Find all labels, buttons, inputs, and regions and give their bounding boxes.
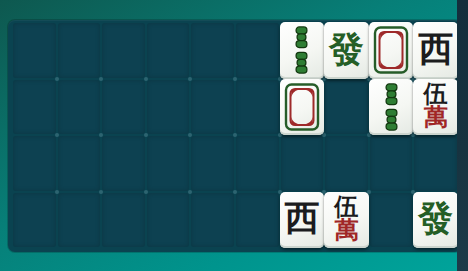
board-cell-r1c4 bbox=[147, 23, 190, 78]
board-cell-r3c2 bbox=[58, 136, 101, 191]
tile-back-icon bbox=[369, 23, 413, 77]
tile-glyph: 發 bbox=[329, 32, 364, 67]
tile-glyph: 西 bbox=[284, 201, 319, 236]
board-cell-r1c7 bbox=[281, 23, 324, 78]
board-cell-r3c8 bbox=[325, 136, 368, 191]
tile-west-wind-r4c7[interactable]: 西 bbox=[280, 192, 325, 249]
board-cell-r2c9 bbox=[370, 80, 413, 135]
board-cell-r3c4 bbox=[147, 136, 190, 191]
board-cell-r2c4 bbox=[147, 80, 190, 135]
tile-west-wind-r1c10[interactable]: 西 bbox=[413, 22, 458, 79]
board-cell-r1c6 bbox=[236, 23, 279, 78]
board-cell-r3c5 bbox=[191, 136, 234, 191]
board-cell-r4c2 bbox=[58, 193, 101, 248]
board-cell-r2c3 bbox=[102, 80, 145, 135]
board-cell-r3c9 bbox=[370, 136, 413, 191]
tile-bamboo-2-r2c9[interactable] bbox=[369, 79, 414, 136]
tile-green-dragon-r1c8[interactable]: 發 bbox=[324, 22, 369, 79]
board-cell-r2c7 bbox=[281, 80, 324, 135]
board-cell-r2c8 bbox=[325, 80, 368, 135]
board-cell-r3c3 bbox=[102, 136, 145, 191]
board-cell-r4c5 bbox=[191, 193, 234, 248]
board-cell-r4c9 bbox=[370, 193, 413, 248]
board-cell-r1c5 bbox=[191, 23, 234, 78]
board-cell-r1c9 bbox=[370, 23, 413, 78]
board-cell-r4c4 bbox=[147, 193, 190, 248]
board-cell-r2c6 bbox=[236, 80, 279, 135]
board-cell-r4c7: 西 bbox=[281, 193, 324, 248]
board-cell-r2c5 bbox=[191, 80, 234, 135]
tile-glyph: 發 bbox=[418, 201, 453, 236]
board-cell-r4c10: 發 bbox=[414, 193, 457, 248]
tile-five-characters-r4c8[interactable]: 伍萬 bbox=[324, 192, 369, 249]
tile-bamboo-2-r1c7[interactable] bbox=[280, 22, 325, 79]
bamboo-stick-icon bbox=[294, 26, 309, 74]
board-cell-r4c6 bbox=[236, 193, 279, 248]
board-cell-r4c3 bbox=[102, 193, 145, 248]
tile-face-down-r1c9[interactable] bbox=[369, 22, 414, 79]
tile-five-characters-r2c10[interactable]: 伍萬 bbox=[413, 79, 458, 136]
board-cell-r2c1 bbox=[13, 80, 56, 135]
tile-face-down-r2c7[interactable] bbox=[280, 79, 325, 136]
board-grid: 發 西 伍萬西伍萬發 bbox=[13, 23, 457, 247]
board-cell-r4c1 bbox=[13, 193, 56, 248]
board-cell-r3c6 bbox=[236, 136, 279, 191]
board-cell-r1c10: 西 bbox=[414, 23, 457, 78]
board-cell-r1c2 bbox=[58, 23, 101, 78]
tile-glyph: 伍萬 bbox=[334, 196, 358, 242]
board-cell-r4c8: 伍萬 bbox=[325, 193, 368, 248]
board-cell-r3c10 bbox=[414, 136, 457, 191]
board-cell-r1c8: 發 bbox=[325, 23, 368, 78]
tile-glyph: 伍萬 bbox=[424, 83, 448, 129]
game-screen: 發 西 伍萬西伍萬發 bbox=[0, 0, 468, 271]
tile-back-icon bbox=[280, 80, 324, 134]
bamboo-stick-icon bbox=[384, 83, 399, 131]
board-cell-r1c3 bbox=[102, 23, 145, 78]
tile-glyph: 西 bbox=[418, 32, 453, 67]
board-cell-r2c10: 伍萬 bbox=[414, 80, 457, 135]
board-cell-r1c1 bbox=[13, 23, 56, 78]
board-cell-r3c7 bbox=[281, 136, 324, 191]
board-cell-r3c1 bbox=[13, 136, 56, 191]
tile-green-dragon-r4c10[interactable]: 發 bbox=[413, 192, 458, 249]
board-cell-r2c2 bbox=[58, 80, 101, 135]
right-edge-strip bbox=[457, 0, 468, 271]
